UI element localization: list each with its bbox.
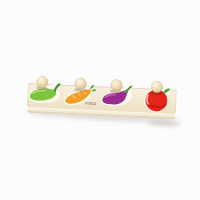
slot-4-tomato: [136, 88, 177, 114]
brand-logo: VIGA: [85, 102, 97, 107]
knob-carrot[interactable]: [75, 78, 87, 90]
knob-green-pepper[interactable]: [36, 76, 48, 88]
slot-1-green-pepper: [27, 83, 63, 109]
knob-tomato[interactable]: [150, 81, 162, 93]
slot-3-eggplant: [97, 86, 137, 112]
slot-2-carrot: [62, 85, 98, 111]
slot-1-art: [26, 73, 65, 109]
slot-4-art: [137, 78, 176, 114]
knob-eggplant[interactable]: [111, 79, 123, 91]
slot-3-art: [98, 76, 137, 112]
product-photo-scene: VIGA: [0, 0, 200, 200]
